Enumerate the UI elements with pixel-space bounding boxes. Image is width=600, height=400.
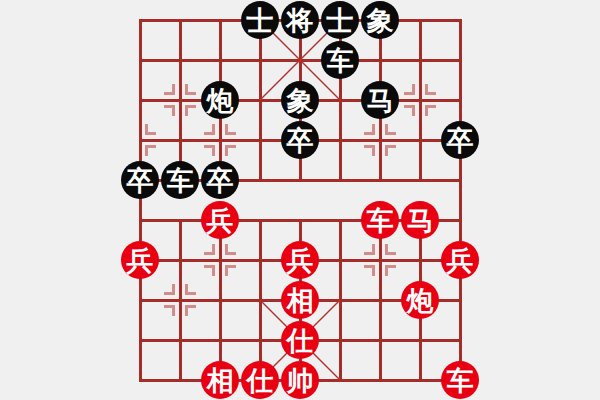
red-horse-piece[interactable]: 马: [401, 201, 439, 239]
grid-line: [459, 19, 462, 382]
grid-line: [179, 19, 182, 182]
grid-line: [419, 19, 422, 182]
point-marker: [385, 145, 396, 156]
red-advisor-piece[interactable]: 仕: [281, 321, 319, 359]
black-elephant-piece[interactable]: 象: [361, 1, 399, 39]
grid-line: [259, 219, 262, 382]
point-marker: [164, 305, 175, 316]
black-elephant-piece[interactable]: 象: [281, 81, 319, 119]
point-marker: [204, 244, 215, 255]
point-marker: [164, 105, 175, 116]
point-marker: [225, 124, 236, 135]
black-pawn-piece[interactable]: 卒: [281, 121, 319, 159]
grid-line: [259, 19, 262, 182]
point-marker: [425, 84, 436, 95]
point-marker: [385, 124, 396, 135]
red-elephant-piece[interactable]: 相: [201, 361, 239, 399]
red-advisor-piece[interactable]: 仕: [241, 361, 279, 399]
red-pawn-piece[interactable]: 兵: [441, 241, 479, 279]
point-marker: [404, 105, 415, 116]
point-marker: [225, 244, 236, 255]
point-marker: [385, 265, 396, 276]
point-marker: [204, 265, 215, 276]
point-marker: [185, 84, 196, 95]
red-cannon-piece[interactable]: 炮: [401, 281, 439, 319]
black-advisor-piece[interactable]: 士: [321, 1, 359, 39]
point-marker: [364, 265, 375, 276]
xiangqi-board: 士将士象车炮象马卒卒卒车卒兵车马兵兵兵相炮仕相仕帅车: [0, 0, 600, 400]
grid-line: [379, 219, 382, 382]
grid-line: [139, 19, 142, 382]
point-marker: [145, 124, 156, 135]
black-cannon-piece[interactable]: 炮: [201, 81, 239, 119]
point-marker: [225, 265, 236, 276]
red-pawn-piece[interactable]: 兵: [121, 241, 159, 279]
red-chariot-piece[interactable]: 车: [441, 361, 479, 399]
point-marker: [425, 105, 436, 116]
grid-line: [339, 219, 342, 382]
point-marker: [204, 145, 215, 156]
point-marker: [164, 284, 175, 295]
point-marker: [164, 84, 175, 95]
black-pawn-piece[interactable]: 卒: [441, 121, 479, 159]
red-pawn-piece[interactable]: 兵: [201, 201, 239, 239]
point-marker: [185, 105, 196, 116]
point-marker: [385, 244, 396, 255]
black-pawn-piece[interactable]: 卒: [121, 161, 159, 199]
red-king-piece[interactable]: 帅: [281, 361, 319, 399]
point-marker: [364, 145, 375, 156]
point-marker: [185, 305, 196, 316]
grid-line: [219, 219, 222, 382]
point-marker: [404, 84, 415, 95]
red-chariot-piece[interactable]: 车: [361, 201, 399, 239]
point-marker: [145, 145, 156, 156]
point-marker: [185, 284, 196, 295]
black-chariot-piece[interactable]: 车: [161, 161, 199, 199]
point-marker: [364, 244, 375, 255]
black-pawn-piece[interactable]: 卒: [201, 161, 239, 199]
black-chariot-piece[interactable]: 车: [321, 41, 359, 79]
point-marker: [364, 124, 375, 135]
black-horse-piece[interactable]: 马: [361, 81, 399, 119]
point-marker: [225, 145, 236, 156]
red-pawn-piece[interactable]: 兵: [281, 241, 319, 279]
point-marker: [204, 124, 215, 135]
black-king-piece[interactable]: 将: [281, 1, 319, 39]
black-advisor-piece[interactable]: 士: [241, 1, 279, 39]
grid-line: [179, 219, 182, 382]
red-elephant-piece[interactable]: 相: [281, 281, 319, 319]
